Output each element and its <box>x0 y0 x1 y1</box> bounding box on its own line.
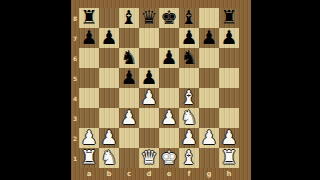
file-label-c: c <box>119 168 139 180</box>
black-rook-piece[interactable]: ♜ <box>219 7 239 27</box>
thumbnail-canvas: 87654321 abcdefgh ♜♝♛♚♝♜♟♟♟♟♟♞♟♞♟♟♟♝♟♟♞♟… <box>0 0 320 180</box>
square-b8[interactable] <box>99 8 119 28</box>
square-g3[interactable] <box>199 108 219 128</box>
square-f7[interactable]: ♟ <box>179 28 199 48</box>
file-labels: abcdefgh <box>79 168 239 180</box>
square-f2[interactable]: ♟ <box>179 128 199 148</box>
right-letterbox-bar <box>251 0 320 180</box>
square-f6[interactable]: ♞ <box>179 48 199 68</box>
square-a6[interactable] <box>79 48 99 68</box>
square-c2[interactable] <box>119 128 139 148</box>
black-pawn-piece[interactable]: ♟ <box>219 27 239 47</box>
white-bishop-piece[interactable]: ♝ <box>179 147 199 167</box>
rank-label-1: 1 <box>71 148 79 168</box>
square-b2[interactable]: ♟ <box>99 128 119 148</box>
square-a4[interactable] <box>79 88 99 108</box>
black-queen-piece[interactable]: ♛ <box>139 7 159 27</box>
white-pawn-piece[interactable]: ♟ <box>179 127 199 147</box>
board-squares: ♜♝♛♚♝♜♟♟♟♟♟♞♟♞♟♟♟♝♟♟♞♟♟♟♟♟♜♞♛♚♝♜ <box>79 8 239 168</box>
white-rook-piece[interactable]: ♜ <box>79 147 99 167</box>
black-pawn-piece[interactable]: ♟ <box>139 67 159 87</box>
square-c6[interactable]: ♞ <box>119 48 139 68</box>
chess-board: 87654321 abcdefgh ♜♝♛♚♝♜♟♟♟♟♟♞♟♞♟♟♟♝♟♟♞♟… <box>71 0 251 180</box>
square-e2[interactable] <box>159 128 179 148</box>
square-g4[interactable] <box>199 88 219 108</box>
white-knight-piece[interactable]: ♞ <box>99 147 119 167</box>
square-h7[interactable]: ♟ <box>219 28 239 48</box>
square-c5[interactable]: ♟ <box>119 68 139 88</box>
square-g6[interactable] <box>199 48 219 68</box>
square-c3[interactable]: ♟ <box>119 108 139 128</box>
square-c7[interactable] <box>119 28 139 48</box>
square-h5[interactable] <box>219 68 239 88</box>
square-e3[interactable]: ♟ <box>159 108 179 128</box>
square-h1[interactable]: ♜ <box>219 148 239 168</box>
black-pawn-piece[interactable]: ♟ <box>119 67 139 87</box>
file-label-g: g <box>199 168 219 180</box>
square-d1[interactable]: ♛ <box>139 148 159 168</box>
rank-label-5: 5 <box>71 68 79 88</box>
square-a5[interactable] <box>79 68 99 88</box>
square-e4[interactable] <box>159 88 179 108</box>
square-d6[interactable] <box>139 48 159 68</box>
square-c1[interactable] <box>119 148 139 168</box>
square-e6[interactable]: ♟ <box>159 48 179 68</box>
square-g7[interactable]: ♟ <box>199 28 219 48</box>
square-e8[interactable]: ♚ <box>159 8 179 28</box>
square-g2[interactable]: ♟ <box>199 128 219 148</box>
file-label-b: b <box>99 168 119 180</box>
black-bishop-piece[interactable]: ♝ <box>119 7 139 27</box>
square-g8[interactable] <box>199 8 219 28</box>
square-g5[interactable] <box>199 68 219 88</box>
square-a3[interactable] <box>79 108 99 128</box>
square-h6[interactable] <box>219 48 239 68</box>
black-pawn-piece[interactable]: ♟ <box>199 27 219 47</box>
white-queen-piece[interactable]: ♛ <box>139 147 159 167</box>
black-rook-piece[interactable]: ♜ <box>79 7 99 27</box>
file-label-h: h <box>219 168 239 180</box>
white-pawn-piece[interactable]: ♟ <box>219 127 239 147</box>
white-pawn-piece[interactable]: ♟ <box>79 127 99 147</box>
black-pawn-piece[interactable]: ♟ <box>179 27 199 47</box>
square-f4[interactable]: ♝ <box>179 88 199 108</box>
square-a2[interactable]: ♟ <box>79 128 99 148</box>
white-rook-piece[interactable]: ♜ <box>219 147 239 167</box>
square-c4[interactable] <box>119 88 139 108</box>
square-b1[interactable]: ♞ <box>99 148 119 168</box>
file-label-f: f <box>179 168 199 180</box>
square-a1[interactable]: ♜ <box>79 148 99 168</box>
square-f5[interactable] <box>179 68 199 88</box>
square-b5[interactable] <box>99 68 119 88</box>
left-letterbox-bar <box>0 0 71 180</box>
square-a7[interactable]: ♟ <box>79 28 99 48</box>
rank-label-6: 6 <box>71 48 79 68</box>
rank-label-7: 7 <box>71 28 79 48</box>
black-knight-piece[interactable]: ♞ <box>119 47 139 67</box>
square-f3[interactable]: ♞ <box>179 108 199 128</box>
black-king-piece[interactable]: ♚ <box>159 7 179 27</box>
square-d5[interactable]: ♟ <box>139 68 159 88</box>
square-e1[interactable]: ♚ <box>159 148 179 168</box>
square-d8[interactable]: ♛ <box>139 8 159 28</box>
white-pawn-piece[interactable]: ♟ <box>99 127 119 147</box>
white-bishop-piece[interactable]: ♝ <box>179 87 199 107</box>
square-b4[interactable] <box>99 88 119 108</box>
white-pawn-piece[interactable]: ♟ <box>119 107 139 127</box>
square-e7[interactable] <box>159 28 179 48</box>
rank-label-2: 2 <box>71 128 79 148</box>
white-king-piece[interactable]: ♚ <box>159 147 179 167</box>
white-pawn-piece[interactable]: ♟ <box>159 107 179 127</box>
square-d7[interactable] <box>139 28 159 48</box>
square-h2[interactable]: ♟ <box>219 128 239 148</box>
rank-label-3: 3 <box>71 108 79 128</box>
black-pawn-piece[interactable]: ♟ <box>99 27 119 47</box>
square-f8[interactable]: ♝ <box>179 8 199 28</box>
rank-label-4: 4 <box>71 88 79 108</box>
rank-label-8: 8 <box>71 8 79 28</box>
file-label-d: d <box>139 168 159 180</box>
square-b6[interactable] <box>99 48 119 68</box>
square-g1[interactable] <box>199 148 219 168</box>
rank-labels: 87654321 <box>71 8 79 168</box>
black-pawn-piece[interactable]: ♟ <box>79 27 99 47</box>
square-b3[interactable] <box>99 108 119 128</box>
black-pawn-piece[interactable]: ♟ <box>159 47 179 67</box>
square-h8[interactable]: ♜ <box>219 8 239 28</box>
white-pawn-piece[interactable]: ♟ <box>199 127 219 147</box>
white-knight-piece[interactable]: ♞ <box>179 107 199 127</box>
file-label-a: a <box>79 168 99 180</box>
square-d2[interactable] <box>139 128 159 148</box>
black-bishop-piece[interactable]: ♝ <box>179 7 199 27</box>
square-b7[interactable]: ♟ <box>99 28 119 48</box>
white-pawn-piece[interactable]: ♟ <box>139 87 159 107</box>
square-d3[interactable] <box>139 108 159 128</box>
black-knight-piece[interactable]: ♞ <box>179 47 199 67</box>
square-h4[interactable] <box>219 88 239 108</box>
square-e5[interactable] <box>159 68 179 88</box>
file-label-e: e <box>159 168 179 180</box>
square-c8[interactable]: ♝ <box>119 8 139 28</box>
square-h3[interactable] <box>219 108 239 128</box>
square-d4[interactable]: ♟ <box>139 88 159 108</box>
square-f1[interactable]: ♝ <box>179 148 199 168</box>
square-a8[interactable]: ♜ <box>79 8 99 28</box>
